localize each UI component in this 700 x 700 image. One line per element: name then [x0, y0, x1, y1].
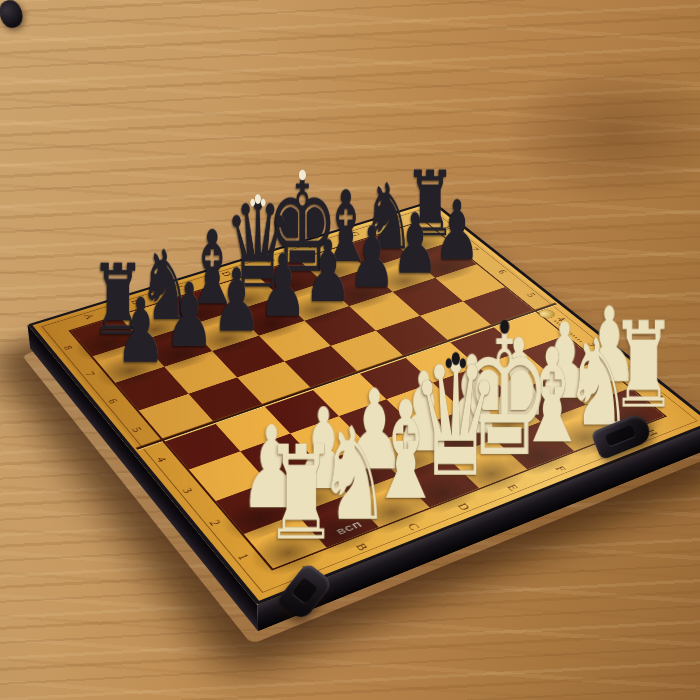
black-pawn-icon: ♟ [94, 287, 187, 376]
chess-board: ВСП AABBCCDDEEFFGGHH1122334455667788 ♜♞♝… [27, 200, 700, 605]
black-finial-icon [500, 320, 509, 334]
perspective-scene: ВСП AABBCCDDEEFFGGHH1122334455667788 ♜♞♝… [0, 0, 700, 700]
white-finial-icon [255, 194, 261, 204]
black-finial-icon [452, 352, 461, 366]
white-rook-icon: ♜ [240, 429, 362, 559]
pieces-layer: ♜♞♝♛♚♝♞♜♟♟♟♟♟♟♟♟♟♟♟♟♟♟♟♟♜♞♝♛♚♝♞♜ [33, 203, 700, 601]
piece-black-pawn-a7: ♟ [93, 341, 165, 383]
white-finial-icon [299, 170, 306, 181]
board-top-face: ВСП AABBCCDDEEFFGGHH1122334455667788 ♜♞♝… [33, 203, 700, 601]
photo-of-chess-set: ВСП AABBCCDDEEFFGGHH1122334455667788 ♜♞♝… [0, 0, 700, 700]
